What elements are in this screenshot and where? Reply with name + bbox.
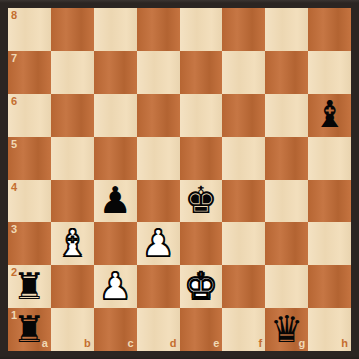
square-a1[interactable]: 1a♜ — [8, 308, 51, 351]
rank-label: 3 — [11, 224, 17, 235]
square-b3[interactable]: ♝ — [51, 222, 94, 265]
square-c3[interactable] — [94, 222, 137, 265]
piece-white-king[interactable]: ♚ — [184, 266, 217, 308]
square-c6[interactable] — [94, 94, 137, 137]
square-h7[interactable] — [308, 51, 351, 94]
square-e2[interactable]: ♚ — [180, 265, 223, 308]
square-a5[interactable]: 5 — [8, 137, 51, 180]
square-c7[interactable] — [94, 51, 137, 94]
square-a8[interactable]: 8 — [8, 8, 51, 51]
square-f3[interactable] — [222, 222, 265, 265]
square-h8[interactable] — [308, 8, 351, 51]
square-e3[interactable] — [180, 222, 223, 265]
square-b8[interactable] — [51, 8, 94, 51]
square-g5[interactable] — [265, 137, 308, 180]
square-g4[interactable] — [265, 180, 308, 223]
square-d4[interactable] — [137, 180, 180, 223]
square-h2[interactable] — [308, 265, 351, 308]
piece-black-bishop[interactable]: ♝ — [313, 94, 346, 136]
rank-label: 8 — [11, 10, 17, 21]
square-g7[interactable] — [265, 51, 308, 94]
square-a6[interactable]: 6 — [8, 94, 51, 137]
rank-label: 5 — [11, 139, 17, 150]
square-c2[interactable]: ♟ — [94, 265, 137, 308]
file-label: e — [213, 338, 219, 349]
piece-black-rook[interactable]: ♜ — [13, 309, 46, 351]
square-a4[interactable]: 4 — [8, 180, 51, 223]
square-h4[interactable] — [308, 180, 351, 223]
square-c5[interactable] — [94, 137, 137, 180]
square-d3[interactable]: ♟ — [137, 222, 180, 265]
square-d2[interactable] — [137, 265, 180, 308]
square-c4[interactable]: ♟ — [94, 180, 137, 223]
square-e4[interactable]: ♚ — [180, 180, 223, 223]
piece-white-pawn[interactable]: ♟ — [99, 266, 132, 308]
square-d1[interactable]: d — [137, 308, 180, 351]
board-frame: 876♝54♟♚3♝♟2♜♟♚1a♜bcdefg♛h — [0, 0, 359, 359]
piece-black-pawn[interactable]: ♟ — [99, 180, 132, 222]
file-label: b — [84, 338, 91, 349]
square-f6[interactable] — [222, 94, 265, 137]
square-g2[interactable] — [265, 265, 308, 308]
square-f1[interactable]: f — [222, 308, 265, 351]
square-h1[interactable]: h — [308, 308, 351, 351]
file-label: d — [170, 338, 177, 349]
square-a2[interactable]: 2♜ — [8, 265, 51, 308]
square-g1[interactable]: g♛ — [265, 308, 308, 351]
rank-label: 6 — [11, 96, 17, 107]
file-label: h — [341, 338, 348, 349]
square-d7[interactable] — [137, 51, 180, 94]
square-f5[interactable] — [222, 137, 265, 180]
square-c8[interactable] — [94, 8, 137, 51]
square-b2[interactable] — [51, 265, 94, 308]
square-e5[interactable] — [180, 137, 223, 180]
piece-white-pawn[interactable]: ♟ — [141, 223, 174, 265]
rank-label: 7 — [11, 53, 17, 64]
square-e6[interactable] — [180, 94, 223, 137]
square-d8[interactable] — [137, 8, 180, 51]
square-g8[interactable] — [265, 8, 308, 51]
piece-black-rook[interactable]: ♜ — [13, 266, 46, 308]
square-e8[interactable] — [180, 8, 223, 51]
square-c1[interactable]: c — [94, 308, 137, 351]
square-b5[interactable] — [51, 137, 94, 180]
square-g3[interactable] — [265, 222, 308, 265]
square-b7[interactable] — [51, 51, 94, 94]
square-b1[interactable]: b — [51, 308, 94, 351]
piece-black-queen[interactable]: ♛ — [270, 309, 303, 351]
file-label: c — [128, 338, 134, 349]
square-f4[interactable] — [222, 180, 265, 223]
file-label: f — [259, 338, 263, 349]
square-e1[interactable]: e — [180, 308, 223, 351]
square-b6[interactable] — [51, 94, 94, 137]
square-d6[interactable] — [137, 94, 180, 137]
square-h3[interactable] — [308, 222, 351, 265]
piece-white-bishop[interactable]: ♝ — [56, 223, 89, 265]
square-b4[interactable] — [51, 180, 94, 223]
square-h5[interactable] — [308, 137, 351, 180]
square-a3[interactable]: 3 — [8, 222, 51, 265]
square-f2[interactable] — [222, 265, 265, 308]
piece-black-king[interactable]: ♚ — [184, 180, 217, 222]
square-h6[interactable]: ♝ — [308, 94, 351, 137]
square-e7[interactable] — [180, 51, 223, 94]
rank-label: 4 — [11, 182, 17, 193]
square-d5[interactable] — [137, 137, 180, 180]
square-f8[interactable] — [222, 8, 265, 51]
square-a7[interactable]: 7 — [8, 51, 51, 94]
square-f7[interactable] — [222, 51, 265, 94]
chess-board: 876♝54♟♚3♝♟2♜♟♚1a♜bcdefg♛h — [8, 8, 351, 351]
square-g6[interactable] — [265, 94, 308, 137]
